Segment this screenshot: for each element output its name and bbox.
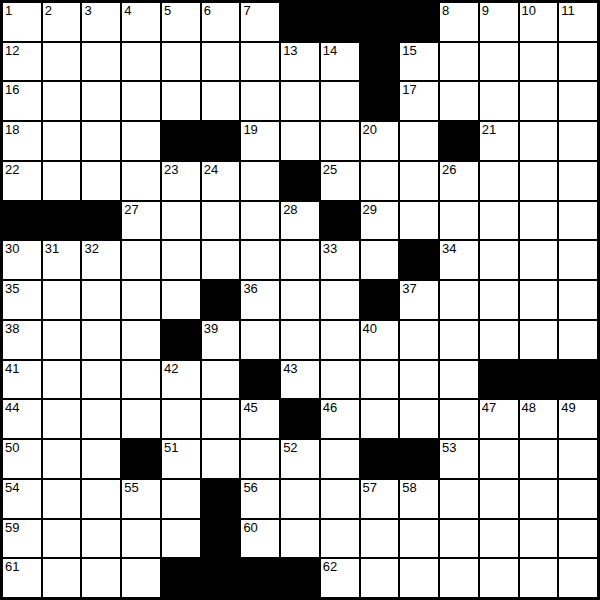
clue-number: 46 bbox=[323, 400, 337, 415]
clue-number: 62 bbox=[323, 559, 337, 574]
white-cell[interactable]: 31 bbox=[43, 241, 81, 279]
white-cell[interactable] bbox=[559, 202, 597, 240]
white-cell[interactable] bbox=[82, 281, 120, 319]
white-cell[interactable]: 62 bbox=[321, 559, 359, 597]
white-cell[interactable]: 12 bbox=[3, 43, 41, 81]
white-cell[interactable] bbox=[520, 281, 558, 319]
white-cell[interactable] bbox=[400, 321, 438, 359]
black-cell bbox=[281, 559, 319, 597]
white-cell[interactable]: 24 bbox=[202, 162, 240, 200]
clue-number: 49 bbox=[561, 400, 575, 415]
clue-number: 30 bbox=[5, 241, 19, 256]
white-cell[interactable]: 15 bbox=[400, 43, 438, 81]
clue-number: 34 bbox=[442, 241, 456, 256]
white-cell[interactable]: 8 bbox=[440, 3, 478, 41]
clue-number: 6 bbox=[204, 3, 211, 18]
white-cell[interactable]: 22 bbox=[3, 162, 41, 200]
white-cell[interactable]: 45 bbox=[241, 400, 279, 438]
white-cell[interactable] bbox=[43, 520, 81, 558]
white-cell[interactable] bbox=[480, 241, 518, 279]
white-cell[interactable] bbox=[202, 440, 240, 478]
white-cell[interactable] bbox=[400, 520, 438, 558]
black-cell bbox=[480, 361, 518, 399]
black-cell bbox=[202, 281, 240, 319]
white-cell[interactable] bbox=[321, 520, 359, 558]
white-cell[interactable] bbox=[122, 281, 160, 319]
clue-number: 28 bbox=[283, 202, 297, 217]
white-cell[interactable] bbox=[520, 202, 558, 240]
clue-number: 13 bbox=[283, 43, 297, 58]
white-cell[interactable] bbox=[162, 82, 200, 120]
black-cell bbox=[162, 559, 200, 597]
white-cell[interactable] bbox=[480, 440, 518, 478]
white-cell[interactable]: 9 bbox=[480, 3, 518, 41]
clue-number: 61 bbox=[5, 559, 19, 574]
white-cell[interactable] bbox=[82, 440, 120, 478]
clue-number: 12 bbox=[5, 43, 19, 58]
clue-number: 38 bbox=[5, 321, 19, 336]
white-cell[interactable] bbox=[82, 82, 120, 120]
white-cell[interactable] bbox=[400, 122, 438, 160]
clue-number: 37 bbox=[402, 281, 416, 296]
white-cell[interactable]: 14 bbox=[321, 43, 359, 81]
white-cell[interactable] bbox=[559, 122, 597, 160]
black-cell bbox=[321, 202, 359, 240]
clue-number: 25 bbox=[323, 162, 337, 177]
white-cell[interactable] bbox=[122, 82, 160, 120]
white-cell[interactable] bbox=[321, 440, 359, 478]
white-cell[interactable] bbox=[162, 241, 200, 279]
white-cell[interactable]: 11 bbox=[559, 3, 597, 41]
clue-number: 19 bbox=[243, 122, 257, 137]
black-cell bbox=[202, 122, 240, 160]
white-cell[interactable] bbox=[559, 520, 597, 558]
white-cell[interactable] bbox=[241, 321, 279, 359]
white-cell[interactable] bbox=[202, 361, 240, 399]
white-cell[interactable] bbox=[82, 43, 120, 81]
clue-number: 55 bbox=[124, 480, 138, 495]
white-cell[interactable] bbox=[43, 43, 81, 81]
clue-number: 33 bbox=[323, 241, 337, 256]
white-cell[interactable] bbox=[321, 122, 359, 160]
white-cell[interactable]: 6 bbox=[202, 3, 240, 41]
clue-number: 3 bbox=[84, 3, 91, 18]
white-cell[interactable] bbox=[559, 162, 597, 200]
clue-number: 20 bbox=[363, 122, 377, 137]
black-cell bbox=[241, 559, 279, 597]
white-cell[interactable] bbox=[162, 520, 200, 558]
clue-number: 56 bbox=[243, 480, 257, 495]
white-cell[interactable]: 13 bbox=[281, 43, 319, 81]
white-cell[interactable]: 46 bbox=[321, 400, 359, 438]
clue-number: 32 bbox=[84, 241, 98, 256]
white-cell[interactable] bbox=[202, 400, 240, 438]
white-cell[interactable] bbox=[241, 241, 279, 279]
white-cell[interactable]: 49 bbox=[559, 400, 597, 438]
clue-number: 57 bbox=[363, 480, 377, 495]
white-cell[interactable] bbox=[559, 281, 597, 319]
black-cell bbox=[122, 440, 160, 478]
clue-number: 23 bbox=[164, 162, 178, 177]
white-cell[interactable] bbox=[559, 241, 597, 279]
clue-number: 18 bbox=[5, 122, 19, 137]
white-cell[interactable] bbox=[202, 43, 240, 81]
white-cell[interactable] bbox=[440, 43, 478, 81]
white-cell[interactable] bbox=[440, 480, 478, 518]
white-cell[interactable]: 2 bbox=[43, 3, 81, 41]
white-cell[interactable] bbox=[520, 480, 558, 518]
white-cell[interactable]: 57 bbox=[361, 480, 399, 518]
white-cell[interactable]: 54 bbox=[3, 480, 41, 518]
white-cell[interactable] bbox=[520, 241, 558, 279]
clue-number: 22 bbox=[5, 162, 19, 177]
white-cell[interactable]: 47 bbox=[480, 400, 518, 438]
white-cell[interactable]: 55 bbox=[122, 480, 160, 518]
white-cell[interactable]: 1 bbox=[3, 3, 41, 41]
white-cell[interactable] bbox=[162, 43, 200, 81]
clue-number: 15 bbox=[402, 43, 416, 58]
black-cell bbox=[202, 520, 240, 558]
white-cell[interactable] bbox=[281, 480, 319, 518]
white-cell[interactable] bbox=[559, 559, 597, 597]
white-cell[interactable]: 33 bbox=[321, 241, 359, 279]
white-cell[interactable] bbox=[43, 480, 81, 518]
white-cell[interactable] bbox=[361, 559, 399, 597]
white-cell[interactable]: 30 bbox=[3, 241, 41, 279]
white-cell[interactable] bbox=[520, 122, 558, 160]
white-cell[interactable] bbox=[520, 321, 558, 359]
white-cell[interactable] bbox=[440, 82, 478, 120]
white-cell[interactable] bbox=[241, 82, 279, 120]
white-cell[interactable]: 3 bbox=[82, 3, 120, 41]
white-cell[interactable]: 42 bbox=[162, 361, 200, 399]
black-cell bbox=[361, 281, 399, 319]
white-cell[interactable]: 43 bbox=[281, 361, 319, 399]
black-cell bbox=[162, 321, 200, 359]
clue-number: 39 bbox=[204, 321, 218, 336]
white-cell[interactable] bbox=[43, 162, 81, 200]
white-cell[interactable] bbox=[321, 480, 359, 518]
black-cell bbox=[361, 82, 399, 120]
white-cell[interactable] bbox=[162, 480, 200, 518]
white-cell[interactable] bbox=[361, 241, 399, 279]
white-cell[interactable] bbox=[82, 559, 120, 597]
white-cell[interactable]: 32 bbox=[82, 241, 120, 279]
clue-number: 43 bbox=[283, 361, 297, 376]
white-cell[interactable]: 60 bbox=[241, 520, 279, 558]
white-cell[interactable] bbox=[281, 122, 319, 160]
black-cell bbox=[520, 361, 558, 399]
black-cell bbox=[281, 162, 319, 200]
clue-number: 26 bbox=[442, 162, 456, 177]
white-cell[interactable] bbox=[321, 321, 359, 359]
white-cell[interactable] bbox=[440, 361, 478, 399]
white-cell[interactable]: 29 bbox=[361, 202, 399, 240]
white-cell[interactable] bbox=[281, 281, 319, 319]
clue-number: 2 bbox=[45, 3, 52, 18]
white-cell[interactable] bbox=[400, 400, 438, 438]
white-cell[interactable]: 17 bbox=[400, 82, 438, 120]
clue-number: 53 bbox=[442, 440, 456, 455]
white-cell[interactable] bbox=[480, 202, 518, 240]
clue-number: 59 bbox=[5, 520, 19, 535]
clue-number: 1 bbox=[5, 3, 12, 18]
white-cell[interactable]: 23 bbox=[162, 162, 200, 200]
white-cell[interactable]: 52 bbox=[281, 440, 319, 478]
white-cell[interactable] bbox=[241, 202, 279, 240]
black-cell bbox=[440, 122, 478, 160]
clue-number: 47 bbox=[482, 400, 496, 415]
white-cell[interactable] bbox=[480, 281, 518, 319]
clue-number: 5 bbox=[164, 3, 171, 18]
clue-number: 60 bbox=[243, 520, 257, 535]
white-cell[interactable] bbox=[122, 241, 160, 279]
white-cell[interactable]: 27 bbox=[122, 202, 160, 240]
white-cell[interactable] bbox=[559, 440, 597, 478]
black-cell bbox=[400, 440, 438, 478]
white-cell[interactable] bbox=[440, 202, 478, 240]
white-cell[interactable]: 10 bbox=[520, 3, 558, 41]
clue-number: 50 bbox=[5, 440, 19, 455]
white-cell[interactable] bbox=[82, 122, 120, 160]
white-cell[interactable] bbox=[480, 43, 518, 81]
clue-number: 21 bbox=[482, 122, 496, 137]
white-cell[interactable] bbox=[122, 162, 160, 200]
white-cell[interactable]: 28 bbox=[281, 202, 319, 240]
black-cell bbox=[281, 400, 319, 438]
white-cell[interactable] bbox=[559, 43, 597, 81]
white-cell[interactable] bbox=[361, 162, 399, 200]
black-cell bbox=[281, 3, 319, 41]
black-cell bbox=[241, 361, 279, 399]
white-cell[interactable]: 5 bbox=[162, 3, 200, 41]
white-cell[interactable] bbox=[281, 82, 319, 120]
white-cell[interactable]: 39 bbox=[202, 321, 240, 359]
white-cell[interactable] bbox=[281, 520, 319, 558]
clue-number: 17 bbox=[402, 82, 416, 97]
clue-number: 11 bbox=[561, 3, 575, 18]
white-cell[interactable]: 53 bbox=[440, 440, 478, 478]
white-cell[interactable] bbox=[122, 122, 160, 160]
black-cell bbox=[400, 241, 438, 279]
white-cell[interactable] bbox=[202, 202, 240, 240]
white-cell[interactable]: 26 bbox=[440, 162, 478, 200]
white-cell[interactable]: 25 bbox=[321, 162, 359, 200]
clue-number: 14 bbox=[323, 43, 337, 58]
white-cell[interactable] bbox=[122, 361, 160, 399]
white-cell[interactable] bbox=[520, 559, 558, 597]
black-cell bbox=[3, 202, 41, 240]
white-cell[interactable] bbox=[122, 400, 160, 438]
white-cell[interactable] bbox=[281, 241, 319, 279]
black-cell bbox=[559, 361, 597, 399]
white-cell[interactable] bbox=[122, 43, 160, 81]
white-cell[interactable]: 59 bbox=[3, 520, 41, 558]
white-cell[interactable]: 16 bbox=[3, 82, 41, 120]
white-cell[interactable]: 21 bbox=[480, 122, 518, 160]
white-cell[interactable] bbox=[321, 82, 359, 120]
white-cell[interactable] bbox=[440, 559, 478, 597]
clue-number: 45 bbox=[243, 400, 257, 415]
white-cell[interactable] bbox=[480, 520, 518, 558]
white-cell[interactable] bbox=[361, 520, 399, 558]
white-cell[interactable]: 19 bbox=[241, 122, 279, 160]
white-cell[interactable]: 50 bbox=[3, 440, 41, 478]
white-cell[interactable] bbox=[202, 82, 240, 120]
white-cell[interactable] bbox=[361, 400, 399, 438]
white-cell[interactable] bbox=[559, 321, 597, 359]
clue-number: 29 bbox=[363, 202, 377, 217]
clue-number: 54 bbox=[5, 480, 19, 495]
clue-number: 16 bbox=[5, 82, 19, 97]
white-cell[interactable] bbox=[82, 400, 120, 438]
white-cell[interactable]: 58 bbox=[400, 480, 438, 518]
clue-number: 52 bbox=[283, 440, 297, 455]
clue-number: 8 bbox=[442, 3, 449, 18]
clue-number: 27 bbox=[124, 202, 138, 217]
clue-number: 41 bbox=[5, 361, 19, 376]
white-cell[interactable] bbox=[321, 281, 359, 319]
white-cell[interactable]: 37 bbox=[400, 281, 438, 319]
white-cell[interactable]: 4 bbox=[122, 3, 160, 41]
white-cell[interactable] bbox=[321, 361, 359, 399]
white-cell[interactable]: 40 bbox=[361, 321, 399, 359]
white-cell[interactable] bbox=[162, 400, 200, 438]
clue-number: 44 bbox=[5, 400, 19, 415]
black-cell bbox=[400, 3, 438, 41]
black-cell bbox=[361, 440, 399, 478]
clue-number: 36 bbox=[243, 281, 257, 296]
white-cell[interactable] bbox=[400, 361, 438, 399]
white-cell[interactable]: 18 bbox=[3, 122, 41, 160]
white-cell[interactable] bbox=[43, 440, 81, 478]
white-cell[interactable]: 38 bbox=[3, 321, 41, 359]
white-cell[interactable] bbox=[440, 400, 478, 438]
white-cell[interactable]: 51 bbox=[162, 440, 200, 478]
white-cell[interactable] bbox=[281, 321, 319, 359]
crossword-grid: 1234567891011121314151617181920212223242… bbox=[0, 0, 600, 600]
white-cell[interactable] bbox=[480, 559, 518, 597]
white-cell[interactable]: 34 bbox=[440, 241, 478, 279]
white-cell[interactable] bbox=[480, 321, 518, 359]
clue-number: 24 bbox=[204, 162, 218, 177]
white-cell[interactable]: 56 bbox=[241, 480, 279, 518]
white-cell[interactable] bbox=[559, 480, 597, 518]
white-cell[interactable] bbox=[520, 520, 558, 558]
white-cell[interactable] bbox=[480, 162, 518, 200]
white-cell[interactable] bbox=[241, 162, 279, 200]
white-cell[interactable] bbox=[400, 162, 438, 200]
white-cell[interactable] bbox=[520, 162, 558, 200]
white-cell[interactable] bbox=[559, 82, 597, 120]
white-cell[interactable] bbox=[82, 520, 120, 558]
black-cell bbox=[361, 43, 399, 81]
white-cell[interactable] bbox=[480, 480, 518, 518]
white-cell[interactable] bbox=[400, 559, 438, 597]
white-cell[interactable] bbox=[162, 202, 200, 240]
black-cell bbox=[162, 122, 200, 160]
white-cell[interactable] bbox=[361, 361, 399, 399]
white-cell[interactable] bbox=[520, 82, 558, 120]
white-cell[interactable] bbox=[440, 321, 478, 359]
clue-number: 58 bbox=[402, 480, 416, 495]
white-cell[interactable] bbox=[43, 281, 81, 319]
white-cell[interactable] bbox=[202, 241, 240, 279]
white-cell[interactable]: 44 bbox=[3, 400, 41, 438]
white-cell[interactable]: 36 bbox=[241, 281, 279, 319]
white-cell[interactable] bbox=[122, 559, 160, 597]
clue-number: 4 bbox=[124, 3, 131, 18]
black-cell bbox=[82, 202, 120, 240]
black-cell bbox=[202, 559, 240, 597]
white-cell[interactable] bbox=[241, 43, 279, 81]
white-cell[interactable] bbox=[241, 440, 279, 478]
white-cell[interactable] bbox=[440, 281, 478, 319]
white-cell[interactable] bbox=[43, 122, 81, 160]
white-cell[interactable] bbox=[122, 321, 160, 359]
white-cell[interactable] bbox=[520, 43, 558, 81]
black-cell bbox=[321, 3, 359, 41]
white-cell[interactable] bbox=[520, 440, 558, 478]
white-cell[interactable] bbox=[400, 202, 438, 240]
clue-number: 35 bbox=[5, 281, 19, 296]
clue-number: 7 bbox=[243, 3, 250, 18]
white-cell[interactable]: 20 bbox=[361, 122, 399, 160]
white-cell[interactable] bbox=[43, 321, 81, 359]
clue-number: 48 bbox=[522, 400, 536, 415]
white-cell[interactable] bbox=[43, 361, 81, 399]
white-cell[interactable] bbox=[43, 400, 81, 438]
white-cell[interactable] bbox=[82, 361, 120, 399]
clue-number: 31 bbox=[45, 241, 59, 256]
white-cell[interactable]: 7 bbox=[241, 3, 279, 41]
white-cell[interactable] bbox=[480, 82, 518, 120]
white-cell[interactable]: 41 bbox=[3, 361, 41, 399]
white-cell[interactable] bbox=[440, 520, 478, 558]
black-cell bbox=[202, 480, 240, 518]
white-cell[interactable] bbox=[43, 559, 81, 597]
white-cell[interactable] bbox=[122, 520, 160, 558]
white-cell[interactable] bbox=[82, 480, 120, 518]
black-cell bbox=[43, 202, 81, 240]
clue-number: 51 bbox=[164, 440, 178, 455]
clue-number: 10 bbox=[522, 3, 536, 18]
clue-number: 42 bbox=[164, 361, 178, 376]
white-cell[interactable] bbox=[43, 82, 81, 120]
white-cell[interactable] bbox=[82, 162, 120, 200]
clue-number: 40 bbox=[363, 321, 377, 336]
white-cell[interactable]: 35 bbox=[3, 281, 41, 319]
white-cell[interactable]: 61 bbox=[3, 559, 41, 597]
clue-number: 9 bbox=[482, 3, 489, 18]
black-cell bbox=[361, 3, 399, 41]
white-cell[interactable]: 48 bbox=[520, 400, 558, 438]
white-cell[interactable] bbox=[82, 321, 120, 359]
white-cell[interactable] bbox=[162, 281, 200, 319]
